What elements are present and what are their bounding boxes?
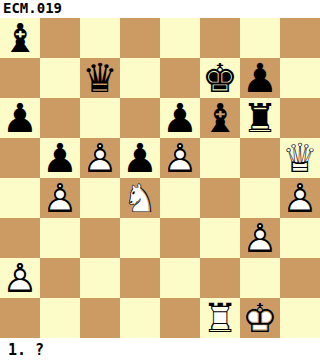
white-knight: ♞♘	[120, 178, 160, 218]
square-h7[interactable]	[280, 58, 320, 98]
move-prompt: 1. ?	[0, 338, 320, 359]
square-d2[interactable]	[120, 258, 160, 298]
square-e6[interactable]: ♟	[160, 98, 200, 138]
square-c3[interactable]	[80, 218, 120, 258]
square-g4[interactable]	[240, 178, 280, 218]
square-a3[interactable]	[0, 218, 40, 258]
square-b5[interactable]: ♟	[40, 138, 80, 178]
black-king: ♚	[200, 58, 240, 98]
square-d6[interactable]	[120, 98, 160, 138]
white-pawn: ♟♙	[160, 138, 200, 178]
square-g1[interactable]: ♚♔	[240, 298, 280, 338]
square-e7[interactable]	[160, 58, 200, 98]
square-c4[interactable]	[80, 178, 120, 218]
black-bishop: ♝	[0, 18, 40, 58]
square-f8[interactable]	[200, 18, 240, 58]
black-pawn: ♟	[240, 58, 280, 98]
square-b8[interactable]	[40, 18, 80, 58]
square-e4[interactable]	[160, 178, 200, 218]
square-b7[interactable]	[40, 58, 80, 98]
square-g2[interactable]	[240, 258, 280, 298]
square-b2[interactable]	[40, 258, 80, 298]
white-pawn: ♟♙	[0, 258, 40, 298]
black-pawn: ♟	[0, 98, 40, 138]
square-b6[interactable]	[40, 98, 80, 138]
square-b4[interactable]: ♟♙	[40, 178, 80, 218]
black-pawn: ♟	[160, 98, 200, 138]
square-h4[interactable]: ♟♙	[280, 178, 320, 218]
black-bishop: ♝	[200, 98, 240, 138]
square-a2[interactable]: ♟♙	[0, 258, 40, 298]
square-a8[interactable]: ♝	[0, 18, 40, 58]
square-a4[interactable]	[0, 178, 40, 218]
black-pawn: ♟	[40, 138, 80, 178]
square-g8[interactable]	[240, 18, 280, 58]
square-a7[interactable]	[0, 58, 40, 98]
square-a5[interactable]	[0, 138, 40, 178]
square-b1[interactable]	[40, 298, 80, 338]
white-king: ♚♔	[240, 298, 280, 338]
square-e8[interactable]	[160, 18, 200, 58]
square-c8[interactable]	[80, 18, 120, 58]
square-c2[interactable]	[80, 258, 120, 298]
white-pawn: ♟♙	[40, 178, 80, 218]
square-d5[interactable]: ♟	[120, 138, 160, 178]
square-c5[interactable]: ♟♙	[80, 138, 120, 178]
square-h1[interactable]	[280, 298, 320, 338]
black-pawn: ♟	[120, 138, 160, 178]
square-h6[interactable]	[280, 98, 320, 138]
square-f4[interactable]	[200, 178, 240, 218]
black-queen: ♛	[80, 58, 120, 98]
square-e3[interactable]	[160, 218, 200, 258]
square-b3[interactable]	[40, 218, 80, 258]
square-g5[interactable]	[240, 138, 280, 178]
puzzle-title: ECM.019	[0, 0, 320, 18]
white-queen: ♛♕	[280, 138, 320, 178]
square-f5[interactable]	[200, 138, 240, 178]
white-pawn: ♟♙	[80, 138, 120, 178]
chess-board: ♝♛♚♟♟♟♝♜♟♟♙♟♟♙♛♕♟♙♞♘♟♙♟♙♟♙♜♖♚♔	[0, 18, 320, 338]
square-f7[interactable]: ♚	[200, 58, 240, 98]
square-c7[interactable]: ♛	[80, 58, 120, 98]
square-g6[interactable]: ♜	[240, 98, 280, 138]
white-pawn: ♟♙	[240, 218, 280, 258]
square-a6[interactable]: ♟	[0, 98, 40, 138]
chess-puzzle-app: ECM.019 ♝♛♚♟♟♟♝♜♟♟♙♟♟♙♛♕♟♙♞♘♟♙♟♙♟♙♜♖♚♔ 1…	[0, 0, 320, 360]
square-f3[interactable]	[200, 218, 240, 258]
square-d3[interactable]	[120, 218, 160, 258]
square-h2[interactable]	[280, 258, 320, 298]
square-e2[interactable]	[160, 258, 200, 298]
white-pawn: ♟♙	[280, 178, 320, 218]
square-f6[interactable]: ♝	[200, 98, 240, 138]
square-h8[interactable]	[280, 18, 320, 58]
square-a1[interactable]	[0, 298, 40, 338]
square-h3[interactable]	[280, 218, 320, 258]
square-d4[interactable]: ♞♘	[120, 178, 160, 218]
square-f1[interactable]: ♜♖	[200, 298, 240, 338]
square-g3[interactable]: ♟♙	[240, 218, 280, 258]
square-d1[interactable]	[120, 298, 160, 338]
square-f2[interactable]	[200, 258, 240, 298]
square-c1[interactable]	[80, 298, 120, 338]
square-g7[interactable]: ♟	[240, 58, 280, 98]
square-e1[interactable]	[160, 298, 200, 338]
square-e5[interactable]: ♟♙	[160, 138, 200, 178]
square-c6[interactable]	[80, 98, 120, 138]
square-h5[interactable]: ♛♕	[280, 138, 320, 178]
square-d7[interactable]	[120, 58, 160, 98]
white-rook: ♜♖	[200, 298, 240, 338]
square-d8[interactable]	[120, 18, 160, 58]
black-rook: ♜	[240, 98, 280, 138]
